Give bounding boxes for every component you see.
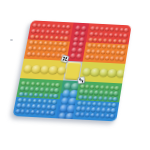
pop-bubble[interactable]	[54, 88, 59, 92]
pop-bubble[interactable]	[111, 45, 116, 49]
pop-bubble[interactable]	[77, 48, 83, 53]
pop-bubble[interactable]	[98, 96, 103, 101]
pop-bubble[interactable]	[120, 51, 125, 55]
photo-speck	[10, 39, 13, 41]
pop-bubble[interactable]	[80, 31, 86, 36]
pop-bubble[interactable]	[95, 113, 100, 118]
pop-bubble[interactable]	[33, 93, 38, 97]
pop-bubble[interactable]	[112, 103, 117, 108]
pop-bubble[interactable]	[122, 39, 127, 43]
pop-bubble[interactable]	[51, 53, 56, 57]
quadrant-bottom-left	[13, 78, 64, 118]
pop-bubble[interactable]	[42, 99, 47, 104]
pop-bubble[interactable]	[99, 91, 104, 95]
pop-bubble[interactable]	[36, 104, 41, 109]
pop-bubble[interactable]	[123, 34, 128, 38]
pop-bubble[interactable]	[40, 82, 45, 86]
pop-bubble[interactable]	[100, 85, 105, 89]
pop-bubble[interactable]	[105, 27, 110, 31]
pop-bubble[interactable]	[81, 26, 87, 31]
pop-bubble[interactable]	[104, 91, 109, 95]
pop-bubble[interactable]	[114, 86, 119, 90]
pop-bubble[interactable]	[110, 114, 115, 119]
pop-bubble[interactable]	[47, 47, 52, 51]
pop-bubble[interactable]	[35, 110, 40, 115]
pop-bubble[interactable]	[50, 111, 55, 116]
pop-bubble[interactable]	[44, 88, 49, 92]
die-2[interactable]	[78, 77, 84, 84]
pop-bubble[interactable]	[107, 44, 112, 48]
pop-bubble[interactable]	[41, 105, 46, 110]
pop-bubble[interactable]	[121, 45, 126, 49]
pop-bubble[interactable]	[102, 102, 107, 107]
pop-bubble[interactable]	[76, 53, 82, 58]
pop-bubble[interactable]	[71, 47, 77, 52]
pop-bubble[interactable]	[74, 31, 80, 36]
pop-bubble[interactable]	[104, 33, 109, 37]
pop-bubble[interactable]	[101, 108, 106, 113]
pop-bubble[interactable]	[94, 90, 99, 94]
pop-bubble[interactable]	[112, 39, 117, 43]
pop-bubble[interactable]	[70, 53, 76, 58]
pop-bubble[interactable]	[55, 83, 60, 87]
pop-bubble[interactable]	[36, 82, 41, 86]
pop-bubble[interactable]	[101, 50, 106, 54]
pop-bubble[interactable]	[124, 28, 129, 32]
pop-bubble[interactable]	[119, 57, 124, 61]
cross-arm-right	[79, 62, 125, 84]
pop-bubble[interactable]	[108, 39, 113, 43]
pop-bubble[interactable]	[100, 56, 105, 60]
pop-bubble[interactable]	[53, 94, 58, 99]
pop-bubble[interactable]	[52, 47, 57, 51]
pop-bubble[interactable]	[95, 85, 100, 89]
pop-bubble[interactable]	[78, 42, 84, 47]
pop-bubble[interactable]	[55, 30, 60, 34]
pop-bubble[interactable]	[113, 33, 118, 37]
pop-bubble[interactable]	[50, 30, 55, 34]
pop-bubble[interactable]	[38, 93, 43, 97]
pop-bubble[interactable]	[43, 93, 48, 98]
pop-bubble[interactable]	[48, 66, 58, 75]
pop-bubble[interactable]	[110, 56, 115, 60]
pop-bubble[interactable]	[92, 102, 97, 107]
pop-bubble[interactable]	[106, 50, 111, 54]
pop-bubble[interactable]	[107, 69, 117, 78]
pop-bubble[interactable]	[48, 41, 53, 45]
pop-bubble[interactable]	[62, 48, 67, 52]
pop-bubble[interactable]	[65, 31, 70, 35]
quadrant-top-right	[83, 23, 132, 64]
pop-bubble[interactable]	[64, 36, 69, 40]
pop-bubble[interactable]	[45, 82, 50, 86]
pop-bubble[interactable]	[54, 36, 59, 40]
pop-bubble[interactable]	[114, 27, 119, 31]
pop-bubble[interactable]	[111, 50, 116, 54]
pop-bubble[interactable]	[46, 53, 51, 57]
pop-bubble[interactable]	[90, 113, 95, 118]
pop-bubble[interactable]	[111, 108, 116, 113]
pop-bubble[interactable]	[51, 105, 56, 110]
quadrant-top-left	[24, 20, 74, 60]
pop-bubble[interactable]	[91, 107, 96, 112]
pop-bubble[interactable]	[75, 26, 81, 31]
pop-bubble[interactable]	[72, 42, 78, 47]
pop-bubble[interactable]	[105, 85, 110, 89]
pop-bubble[interactable]	[97, 102, 102, 107]
pop-bubble[interactable]	[96, 108, 101, 113]
pop-bubble[interactable]	[102, 44, 107, 48]
pop-bubble[interactable]	[37, 99, 42, 104]
pop-bubble[interactable]	[103, 96, 108, 101]
pop-bubble[interactable]	[114, 91, 119, 95]
pop-bubble[interactable]	[32, 98, 37, 103]
product-photo	[0, 0, 150, 150]
quadrant-bottom-right	[72, 81, 122, 121]
pop-bubble[interactable]	[66, 25, 71, 29]
pop-bubble[interactable]	[73, 37, 79, 42]
pop-bubble[interactable]	[40, 110, 45, 115]
pop-bubble[interactable]	[116, 69, 126, 78]
pop-bubble[interactable]	[113, 97, 118, 102]
pop-bubble[interactable]	[49, 36, 54, 40]
pop-bubble[interactable]	[39, 88, 44, 92]
pop-bubble[interactable]	[63, 42, 68, 46]
pop-bubble[interactable]	[93, 96, 98, 101]
pop-bubble[interactable]	[105, 56, 110, 60]
pop-bubble[interactable]	[56, 24, 61, 28]
pop-bubble[interactable]	[110, 27, 115, 31]
pop-bubble[interactable]	[100, 113, 105, 118]
pop-bubble[interactable]	[51, 24, 56, 28]
pop-bubble[interactable]	[52, 100, 57, 105]
pop-bubble[interactable]	[53, 42, 58, 46]
pop-bubble[interactable]	[109, 33, 114, 37]
pop-bubble[interactable]	[103, 38, 108, 42]
pop-bubble[interactable]	[79, 37, 85, 42]
cross-arm-left	[20, 59, 67, 81]
pop-it-board	[13, 20, 132, 121]
